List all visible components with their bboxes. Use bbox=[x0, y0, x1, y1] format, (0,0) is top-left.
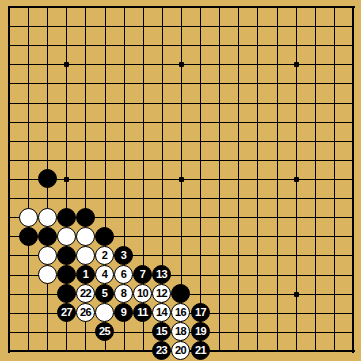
board-gridline-vertical bbox=[238, 7, 239, 352]
black-stone-move-17[interactable]: 17 bbox=[191, 303, 210, 322]
black-stone-move-3[interactable]: 3 bbox=[114, 246, 133, 265]
black-stone-move-27[interactable]: 27 bbox=[57, 303, 76, 322]
white-stone[interactable] bbox=[38, 208, 57, 227]
black-stone-move-23[interactable]: 23 bbox=[152, 341, 171, 360]
move-number-label: 22 bbox=[80, 288, 91, 299]
black-stone[interactable] bbox=[76, 208, 95, 227]
white-stone-move-8[interactable]: 8 bbox=[114, 284, 133, 303]
black-stone[interactable] bbox=[19, 227, 38, 246]
star-point bbox=[294, 62, 299, 67]
star-point bbox=[64, 62, 69, 67]
move-number-label: 12 bbox=[156, 288, 167, 299]
black-stone[interactable] bbox=[95, 227, 114, 246]
board-gridline-vertical bbox=[200, 7, 201, 352]
board-gridline-vertical bbox=[219, 7, 220, 352]
star-point bbox=[179, 62, 184, 67]
move-number-label: 18 bbox=[175, 326, 186, 337]
white-stone[interactable] bbox=[19, 208, 38, 227]
star-point bbox=[294, 292, 299, 297]
board-gridline-vertical bbox=[277, 7, 278, 352]
black-stone-move-11[interactable]: 11 bbox=[133, 303, 152, 322]
white-stone-move-2[interactable]: 2 bbox=[95, 246, 114, 265]
white-stone-move-20[interactable]: 20 bbox=[171, 341, 190, 360]
board-gridline-vertical bbox=[334, 7, 335, 352]
white-stone[interactable] bbox=[38, 246, 57, 265]
black-stone-move-25[interactable]: 25 bbox=[95, 322, 114, 341]
move-number-label: 19 bbox=[195, 326, 206, 337]
star-point bbox=[179, 177, 184, 182]
white-stone[interactable] bbox=[76, 227, 95, 246]
white-stone-move-6[interactable]: 6 bbox=[114, 265, 133, 284]
white-stone[interactable] bbox=[95, 303, 114, 322]
black-stone-move-21[interactable]: 21 bbox=[191, 341, 210, 360]
black-stone-move-19[interactable]: 19 bbox=[191, 322, 210, 341]
move-number-label: 6 bbox=[121, 269, 127, 280]
move-number-label: 13 bbox=[156, 269, 167, 280]
move-number-label: 20 bbox=[175, 345, 186, 356]
move-number-label: 2 bbox=[102, 250, 108, 261]
move-number-label: 3 bbox=[121, 250, 127, 261]
move-number-label: 1 bbox=[83, 269, 89, 280]
white-stone-move-10[interactable]: 10 bbox=[133, 284, 152, 303]
white-stone-move-26[interactable]: 26 bbox=[76, 303, 95, 322]
move-number-label: 16 bbox=[175, 307, 186, 318]
move-number-label: 14 bbox=[156, 307, 167, 318]
move-number-label: 15 bbox=[156, 326, 167, 337]
black-stone-move-15[interactable]: 15 bbox=[152, 322, 171, 341]
move-number-label: 7 bbox=[140, 269, 146, 280]
black-stone-move-7[interactable]: 7 bbox=[133, 265, 152, 284]
white-stone[interactable] bbox=[76, 246, 95, 265]
black-stone[interactable] bbox=[57, 246, 76, 265]
board-gridline-horizontal bbox=[9, 198, 354, 199]
black-stone-move-5[interactable]: 5 bbox=[95, 284, 114, 303]
move-number-label: 4 bbox=[102, 269, 108, 280]
black-stone[interactable] bbox=[57, 284, 76, 303]
move-number-label: 8 bbox=[121, 288, 127, 299]
white-stone-move-22[interactable]: 22 bbox=[76, 284, 95, 303]
move-number-label: 9 bbox=[121, 307, 127, 318]
white-stone-move-18[interactable]: 18 bbox=[171, 322, 190, 341]
black-stone-move-13[interactable]: 13 bbox=[152, 265, 171, 284]
black-stone-move-1[interactable]: 1 bbox=[76, 265, 95, 284]
white-stone-move-16[interactable]: 16 bbox=[171, 303, 190, 322]
black-stone[interactable] bbox=[171, 284, 190, 303]
go-board[interactable]: 2314671322581012272691114161725151819232… bbox=[0, 0, 361, 361]
move-number-label: 11 bbox=[137, 307, 148, 318]
board-gridline-vertical bbox=[257, 7, 258, 352]
move-number-label: 23 bbox=[156, 345, 167, 356]
white-stone-move-12[interactable]: 12 bbox=[152, 284, 171, 303]
move-number-label: 25 bbox=[99, 326, 110, 337]
black-stone[interactable] bbox=[57, 265, 76, 284]
black-stone[interactable] bbox=[38, 169, 57, 188]
star-point bbox=[294, 177, 299, 182]
black-stone[interactable] bbox=[38, 227, 57, 246]
black-stone-move-9[interactable]: 9 bbox=[114, 303, 133, 322]
move-number-label: 10 bbox=[137, 288, 148, 299]
move-number-label: 5 bbox=[102, 288, 108, 299]
move-number-label: 17 bbox=[195, 307, 206, 318]
board-gridline-vertical bbox=[352, 6, 354, 353]
move-number-label: 21 bbox=[195, 345, 206, 356]
white-stone-move-14[interactable]: 14 bbox=[152, 303, 171, 322]
white-stone-move-4[interactable]: 4 bbox=[95, 265, 114, 284]
white-stone[interactable] bbox=[38, 265, 57, 284]
white-stone[interactable] bbox=[57, 227, 76, 246]
star-point bbox=[64, 177, 69, 182]
move-number-label: 26 bbox=[80, 307, 91, 318]
black-stone[interactable] bbox=[57, 208, 76, 227]
move-number-label: 27 bbox=[61, 307, 72, 318]
board-gridline-vertical bbox=[315, 7, 316, 352]
